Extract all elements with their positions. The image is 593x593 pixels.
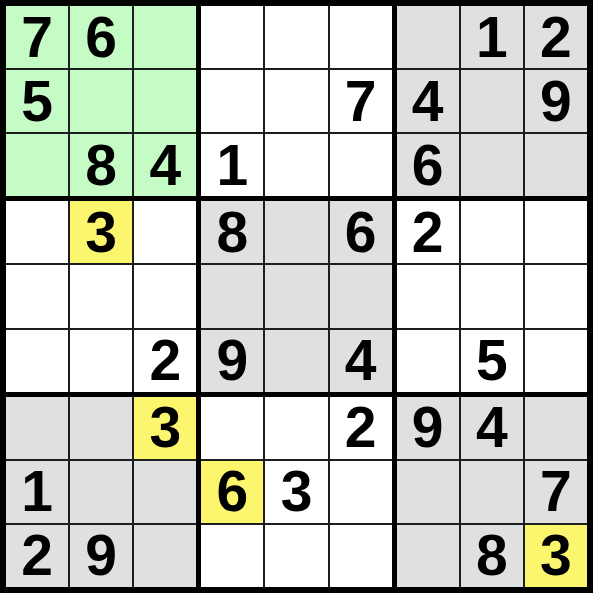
sudoku-box-4: 32: [6, 201, 196, 391]
sudoku-cell-r3c1[interactable]: [6, 134, 68, 196]
sudoku-box-9: 94783: [397, 397, 587, 587]
sudoku-cell-r5c7[interactable]: [397, 265, 459, 327]
sudoku-cell-r8c6[interactable]: [330, 461, 392, 523]
sudoku-cell-r2c8[interactable]: [461, 70, 523, 132]
sudoku-cell-r7c7[interactable]: 9: [397, 397, 459, 459]
sudoku-cell-r5c1[interactable]: [6, 265, 68, 327]
sudoku-cell-r8c3[interactable]: [134, 461, 196, 523]
sudoku-cell-r4c3[interactable]: [134, 201, 196, 263]
sudoku-box-6: 25: [397, 201, 587, 391]
sudoku-cell-r1c6[interactable]: [330, 6, 392, 68]
sudoku-cell-r7c6[interactable]: 2: [330, 397, 392, 459]
sudoku-cell-r5c2[interactable]: [70, 265, 132, 327]
sudoku-cell-r5c4[interactable]: [201, 265, 263, 327]
sudoku-cell-r7c2[interactable]: [70, 397, 132, 459]
sudoku-box-5: 8694: [201, 201, 391, 391]
sudoku-cell-r3c6[interactable]: [330, 134, 392, 196]
sudoku-cell-r9c7[interactable]: [397, 525, 459, 587]
sudoku-cell-r6c1[interactable]: [6, 330, 68, 392]
sudoku-box-2: 71: [201, 6, 391, 196]
sudoku-cell-r3c7[interactable]: 6: [397, 134, 459, 196]
sudoku-cell-r6c3[interactable]: 2: [134, 330, 196, 392]
sudoku-cell-r1c2[interactable]: 6: [70, 6, 132, 68]
sudoku-cell-r7c9[interactable]: [525, 397, 587, 459]
sudoku-cell-r7c4[interactable]: [201, 397, 263, 459]
sudoku-cell-r1c8[interactable]: 1: [461, 6, 523, 68]
sudoku-cell-r1c4[interactable]: [201, 6, 263, 68]
sudoku-cell-r1c7[interactable]: [397, 6, 459, 68]
sudoku-cell-r4c6[interactable]: 6: [330, 201, 392, 263]
sudoku-cell-r4c2[interactable]: 3: [70, 201, 132, 263]
sudoku-cell-r9c2[interactable]: 9: [70, 525, 132, 587]
sudoku-cell-r2c6[interactable]: 7: [330, 70, 392, 132]
sudoku-cell-r5c8[interactable]: [461, 265, 523, 327]
sudoku-cell-r8c2[interactable]: [70, 461, 132, 523]
sudoku-cell-r6c2[interactable]: [70, 330, 132, 392]
sudoku-cell-r3c5[interactable]: [265, 134, 327, 196]
sudoku-cell-r4c7[interactable]: 2: [397, 201, 459, 263]
sudoku-cell-r8c8[interactable]: [461, 461, 523, 523]
sudoku-cell-r8c9[interactable]: 7: [525, 461, 587, 523]
sudoku-cell-r9c1[interactable]: 2: [6, 525, 68, 587]
sudoku-cell-r6c6[interactable]: 4: [330, 330, 392, 392]
sudoku-cell-r2c4[interactable]: [201, 70, 263, 132]
sudoku-cell-r3c2[interactable]: 8: [70, 134, 132, 196]
sudoku-cell-r8c5[interactable]: 3: [265, 461, 327, 523]
sudoku-cell-r2c1[interactable]: 5: [6, 70, 68, 132]
sudoku-cell-r3c4[interactable]: 1: [201, 134, 263, 196]
sudoku-cell-r4c4[interactable]: 8: [201, 201, 263, 263]
sudoku-cell-r4c5[interactable]: [265, 201, 327, 263]
sudoku-cell-r7c8[interactable]: 4: [461, 397, 523, 459]
sudoku-cell-r7c5[interactable]: [265, 397, 327, 459]
sudoku-cell-r4c9[interactable]: [525, 201, 587, 263]
sudoku-cell-r6c4[interactable]: 9: [201, 330, 263, 392]
sudoku-cell-r1c9[interactable]: 2: [525, 6, 587, 68]
sudoku-cell-r5c3[interactable]: [134, 265, 196, 327]
sudoku-cell-r3c3[interactable]: 4: [134, 134, 196, 196]
sudoku-cell-r1c1[interactable]: 7: [6, 6, 68, 68]
sudoku-cell-r5c5[interactable]: [265, 265, 327, 327]
sudoku-cell-r2c5[interactable]: [265, 70, 327, 132]
sudoku-cell-r2c2[interactable]: [70, 70, 132, 132]
sudoku-cell-r8c1[interactable]: 1: [6, 461, 68, 523]
sudoku-cell-r4c8[interactable]: [461, 201, 523, 263]
sudoku-box-3: 12496: [397, 6, 587, 196]
sudoku-cell-r9c8[interactable]: 8: [461, 525, 523, 587]
sudoku-cell-r1c3[interactable]: [134, 6, 196, 68]
sudoku-cell-r6c7[interactable]: [397, 330, 459, 392]
sudoku-cell-r9c9[interactable]: 3: [525, 525, 587, 587]
sudoku-cell-r3c9[interactable]: [525, 134, 587, 196]
sudoku-cell-r5c6[interactable]: [330, 265, 392, 327]
sudoku-cell-r7c3[interactable]: 3: [134, 397, 196, 459]
sudoku-cell-r6c5[interactable]: [265, 330, 327, 392]
sudoku-box-7: 3129: [6, 397, 196, 587]
sudoku-cell-r2c9[interactable]: 9: [525, 70, 587, 132]
sudoku-cell-r2c7[interactable]: 4: [397, 70, 459, 132]
sudoku-box-8: 263: [201, 397, 391, 587]
sudoku-cell-r9c3[interactable]: [134, 525, 196, 587]
sudoku-cell-r3c8[interactable]: [461, 134, 523, 196]
sudoku-cell-r2c3[interactable]: [134, 70, 196, 132]
sudoku-cell-r4c1[interactable]: [6, 201, 68, 263]
sudoku-cell-r8c7[interactable]: [397, 461, 459, 523]
sudoku-cell-r5c9[interactable]: [525, 265, 587, 327]
sudoku-board: 76584711249632869425312926394783: [0, 0, 593, 593]
sudoku-cell-r7c1[interactable]: [6, 397, 68, 459]
sudoku-cell-r8c4[interactable]: 6: [201, 461, 263, 523]
sudoku-cell-r9c5[interactable]: [265, 525, 327, 587]
sudoku-cell-r6c9[interactable]: [525, 330, 587, 392]
sudoku-box-1: 76584: [6, 6, 196, 196]
sudoku-cell-r6c8[interactable]: 5: [461, 330, 523, 392]
sudoku-cell-r9c4[interactable]: [201, 525, 263, 587]
sudoku-cell-r1c5[interactable]: [265, 6, 327, 68]
sudoku-cell-r9c6[interactable]: [330, 525, 392, 587]
